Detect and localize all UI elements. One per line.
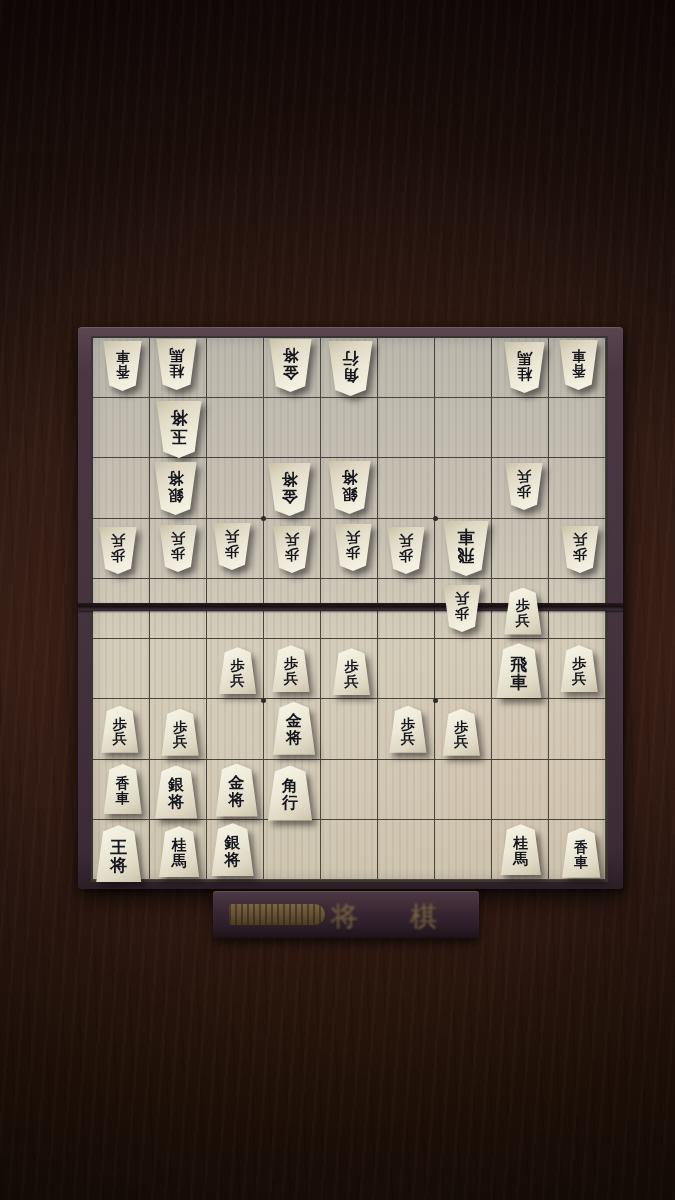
koma-tile: 歩兵 xyxy=(334,524,372,571)
table-background: 香車桂馬金将角行桂馬香車玉将銀将金将銀将歩兵歩兵歩兵歩兵歩兵歩兵歩兵飛車歩兵歩兵… xyxy=(0,0,675,1200)
piece-sente-pawn[interactable]: 歩兵 xyxy=(389,706,427,753)
piece-kanji: 銀将 xyxy=(167,470,184,504)
piece-kanji: 金将 xyxy=(282,346,299,380)
piece-kanji: 歩兵 xyxy=(516,470,531,500)
piece-kanji: 歩兵 xyxy=(401,717,416,747)
piece-kanji: 歩兵 xyxy=(173,720,188,750)
piece-kanji: 歩兵 xyxy=(345,531,360,561)
piece-kanji: 飛車 xyxy=(457,528,475,564)
koma-tile: 歩兵 xyxy=(560,645,598,692)
piece-kanji: 歩兵 xyxy=(285,533,300,563)
piece-kanji: 桂馬 xyxy=(171,838,187,870)
piece-kanji: 銀将 xyxy=(224,835,241,869)
piece-sente-gold[interactable]: 金将 xyxy=(273,702,316,755)
piece-sente-pawn[interactable]: 歩兵 xyxy=(333,648,371,695)
piece-kanji: 飛車 xyxy=(510,655,528,691)
piece-sente-lance[interactable]: 香車 xyxy=(103,764,142,814)
koma-tile: 歩兵 xyxy=(159,525,197,572)
piece-kanji: 歩兵 xyxy=(171,532,186,562)
piece-kanji: 歩兵 xyxy=(344,659,359,689)
piece-gote-silver[interactable]: 銀将 xyxy=(154,462,197,515)
piece-kanji: 角行 xyxy=(342,349,359,383)
piece-sente-gold[interactable]: 金将 xyxy=(215,764,258,817)
piece-kanji: 歩兵 xyxy=(573,533,588,563)
piece-kanji: 香車 xyxy=(574,840,589,870)
koma-tile: 歩兵 xyxy=(272,645,310,692)
koma-tile: 香車 xyxy=(562,828,601,878)
koma-tile: 銀将 xyxy=(154,462,197,515)
piece-kanji: 桂馬 xyxy=(517,349,533,381)
piece-gote-king[interactable]: 玉将 xyxy=(156,401,202,458)
piece-gote-pawn[interactable]: 歩兵 xyxy=(213,523,251,570)
piece-sente-pawn[interactable]: 歩兵 xyxy=(272,645,310,692)
piece-sente-pawn[interactable]: 歩兵 xyxy=(504,588,542,635)
piece-sente-rook[interactable]: 飛車 xyxy=(496,643,542,698)
piece-sente-king[interactable]: 王将 xyxy=(96,825,142,882)
piece-kanji: 香車 xyxy=(115,350,130,380)
piece-gote-pawn[interactable]: 歩兵 xyxy=(505,463,543,510)
piece-gote-lance[interactable]: 香車 xyxy=(559,340,598,390)
piece-sente-bishop[interactable]: 角行 xyxy=(268,766,313,821)
piece-kanji: 桂馬 xyxy=(513,836,529,868)
piece-sente-pawn[interactable]: 歩兵 xyxy=(442,709,480,756)
piece-gote-pawn[interactable]: 歩兵 xyxy=(387,527,425,574)
piece-sente-pawn[interactable]: 歩兵 xyxy=(219,647,257,694)
koma-tile: 桂馬 xyxy=(500,824,541,875)
koma-tile: 桂馬 xyxy=(504,342,545,393)
board-clasp: 将棋 xyxy=(213,891,479,938)
koma-tile: 歩兵 xyxy=(333,648,371,695)
koma-tile: 金将 xyxy=(215,764,258,817)
koma-tile: 香車 xyxy=(559,340,598,390)
koma-tile: 歩兵 xyxy=(561,526,599,573)
piece-gote-knight[interactable]: 桂馬 xyxy=(156,339,197,390)
koma-tile: 歩兵 xyxy=(504,588,542,635)
koma-tile: 歩兵 xyxy=(213,523,251,570)
piece-sente-knight[interactable]: 桂馬 xyxy=(159,826,200,877)
pieces-layer: 香車桂馬金将角行桂馬香車玉将銀将金将銀将歩兵歩兵歩兵歩兵歩兵歩兵歩兵飛車歩兵歩兵… xyxy=(91,336,608,882)
piece-kanji: 玉将 xyxy=(170,409,188,445)
koma-tile: 歩兵 xyxy=(443,585,481,632)
koma-tile: 角行 xyxy=(268,766,313,821)
piece-kanji: 歩兵 xyxy=(399,534,414,564)
koma-tile: 歩兵 xyxy=(505,463,543,510)
piece-kanji: 銀将 xyxy=(168,777,185,811)
piece-sente-knight[interactable]: 桂馬 xyxy=(500,824,541,875)
piece-gote-pawn[interactable]: 歩兵 xyxy=(334,524,372,571)
koma-tile: 香車 xyxy=(103,341,142,391)
koma-tile: 歩兵 xyxy=(389,706,427,753)
piece-gote-lance[interactable]: 香車 xyxy=(103,341,142,391)
koma-tile: 歩兵 xyxy=(161,709,199,756)
koma-tile: 角行 xyxy=(328,341,373,396)
brand-label-plate xyxy=(229,904,325,925)
piece-sente-pawn[interactable]: 歩兵 xyxy=(161,709,199,756)
piece-kanji: 角行 xyxy=(282,778,299,812)
shogi-board: 香車桂馬金将角行桂馬香車玉将銀将金将銀将歩兵歩兵歩兵歩兵歩兵歩兵歩兵飛車歩兵歩兵… xyxy=(78,327,623,889)
piece-gote-pawn[interactable]: 歩兵 xyxy=(561,526,599,573)
piece-gote-bishop[interactable]: 角行 xyxy=(328,341,373,396)
piece-kanji: 歩兵 xyxy=(454,720,469,750)
piece-gote-rook[interactable]: 飛車 xyxy=(443,521,489,576)
piece-sente-lance[interactable]: 香車 xyxy=(562,828,601,878)
koma-tile: 飛車 xyxy=(443,521,489,576)
piece-kanji: 歩兵 xyxy=(112,717,127,747)
piece-gote-pawn[interactable]: 歩兵 xyxy=(443,585,481,632)
piece-kanji: 王将 xyxy=(110,838,128,874)
koma-tile: 歩兵 xyxy=(219,647,257,694)
piece-kanji: 金将 xyxy=(228,775,245,809)
piece-kanji: 歩兵 xyxy=(455,591,470,621)
koma-tile: 銀将 xyxy=(328,461,371,514)
piece-sente-pawn[interactable]: 歩兵 xyxy=(560,645,598,692)
piece-kanji: 香車 xyxy=(115,776,130,806)
piece-gote-pawn[interactable]: 歩兵 xyxy=(99,527,137,574)
piece-kanji: 歩兵 xyxy=(284,656,299,686)
piece-gote-knight[interactable]: 桂馬 xyxy=(504,342,545,393)
koma-tile: 金将 xyxy=(268,463,311,516)
piece-gote-pawn[interactable]: 歩兵 xyxy=(273,526,311,573)
koma-tile: 桂馬 xyxy=(156,339,197,390)
piece-kanji: 金将 xyxy=(286,713,303,747)
board-surface: 香車桂馬金将角行桂馬香車玉将銀将金将銀将歩兵歩兵歩兵歩兵歩兵歩兵歩兵飛車歩兵歩兵… xyxy=(91,336,608,882)
koma-tile: 歩兵 xyxy=(442,709,480,756)
koma-tile: 金将 xyxy=(273,702,316,755)
piece-kanji: 歩兵 xyxy=(230,658,245,688)
koma-tile: 銀将 xyxy=(211,823,254,876)
koma-tile: 王将 xyxy=(96,825,142,882)
koma-tile: 飛車 xyxy=(496,643,542,698)
koma-tile: 歩兵 xyxy=(273,526,311,573)
piece-kanji: 金将 xyxy=(281,471,298,505)
koma-tile: 香車 xyxy=(103,764,142,814)
piece-sente-silver[interactable]: 銀将 xyxy=(211,823,254,876)
koma-tile: 歩兵 xyxy=(99,527,137,574)
piece-kanji: 銀将 xyxy=(341,469,358,503)
piece-kanji: 歩兵 xyxy=(515,598,530,628)
koma-tile: 金将 xyxy=(269,339,312,392)
piece-kanji: 歩兵 xyxy=(110,534,125,564)
piece-kanji: 歩兵 xyxy=(224,530,239,560)
piece-kanji: 香車 xyxy=(571,349,586,379)
piece-kanji: 歩兵 xyxy=(572,656,587,686)
piece-sente-silver[interactable]: 銀将 xyxy=(155,766,198,819)
koma-tile: 桂馬 xyxy=(159,826,200,877)
koma-tile: 玉将 xyxy=(156,401,202,458)
piece-gote-pawn[interactable]: 歩兵 xyxy=(159,525,197,572)
piece-gote-silver[interactable]: 銀将 xyxy=(328,461,371,514)
piece-kanji: 桂馬 xyxy=(168,346,184,378)
clasp-brand-kanji: 将棋 xyxy=(331,899,481,935)
koma-tile: 歩兵 xyxy=(387,527,425,574)
koma-tile: 銀将 xyxy=(155,766,198,819)
piece-sente-pawn[interactable]: 歩兵 xyxy=(101,706,139,753)
koma-tile: 歩兵 xyxy=(101,706,139,753)
piece-gote-gold[interactable]: 金将 xyxy=(269,339,312,392)
piece-gote-gold[interactable]: 金将 xyxy=(268,463,311,516)
